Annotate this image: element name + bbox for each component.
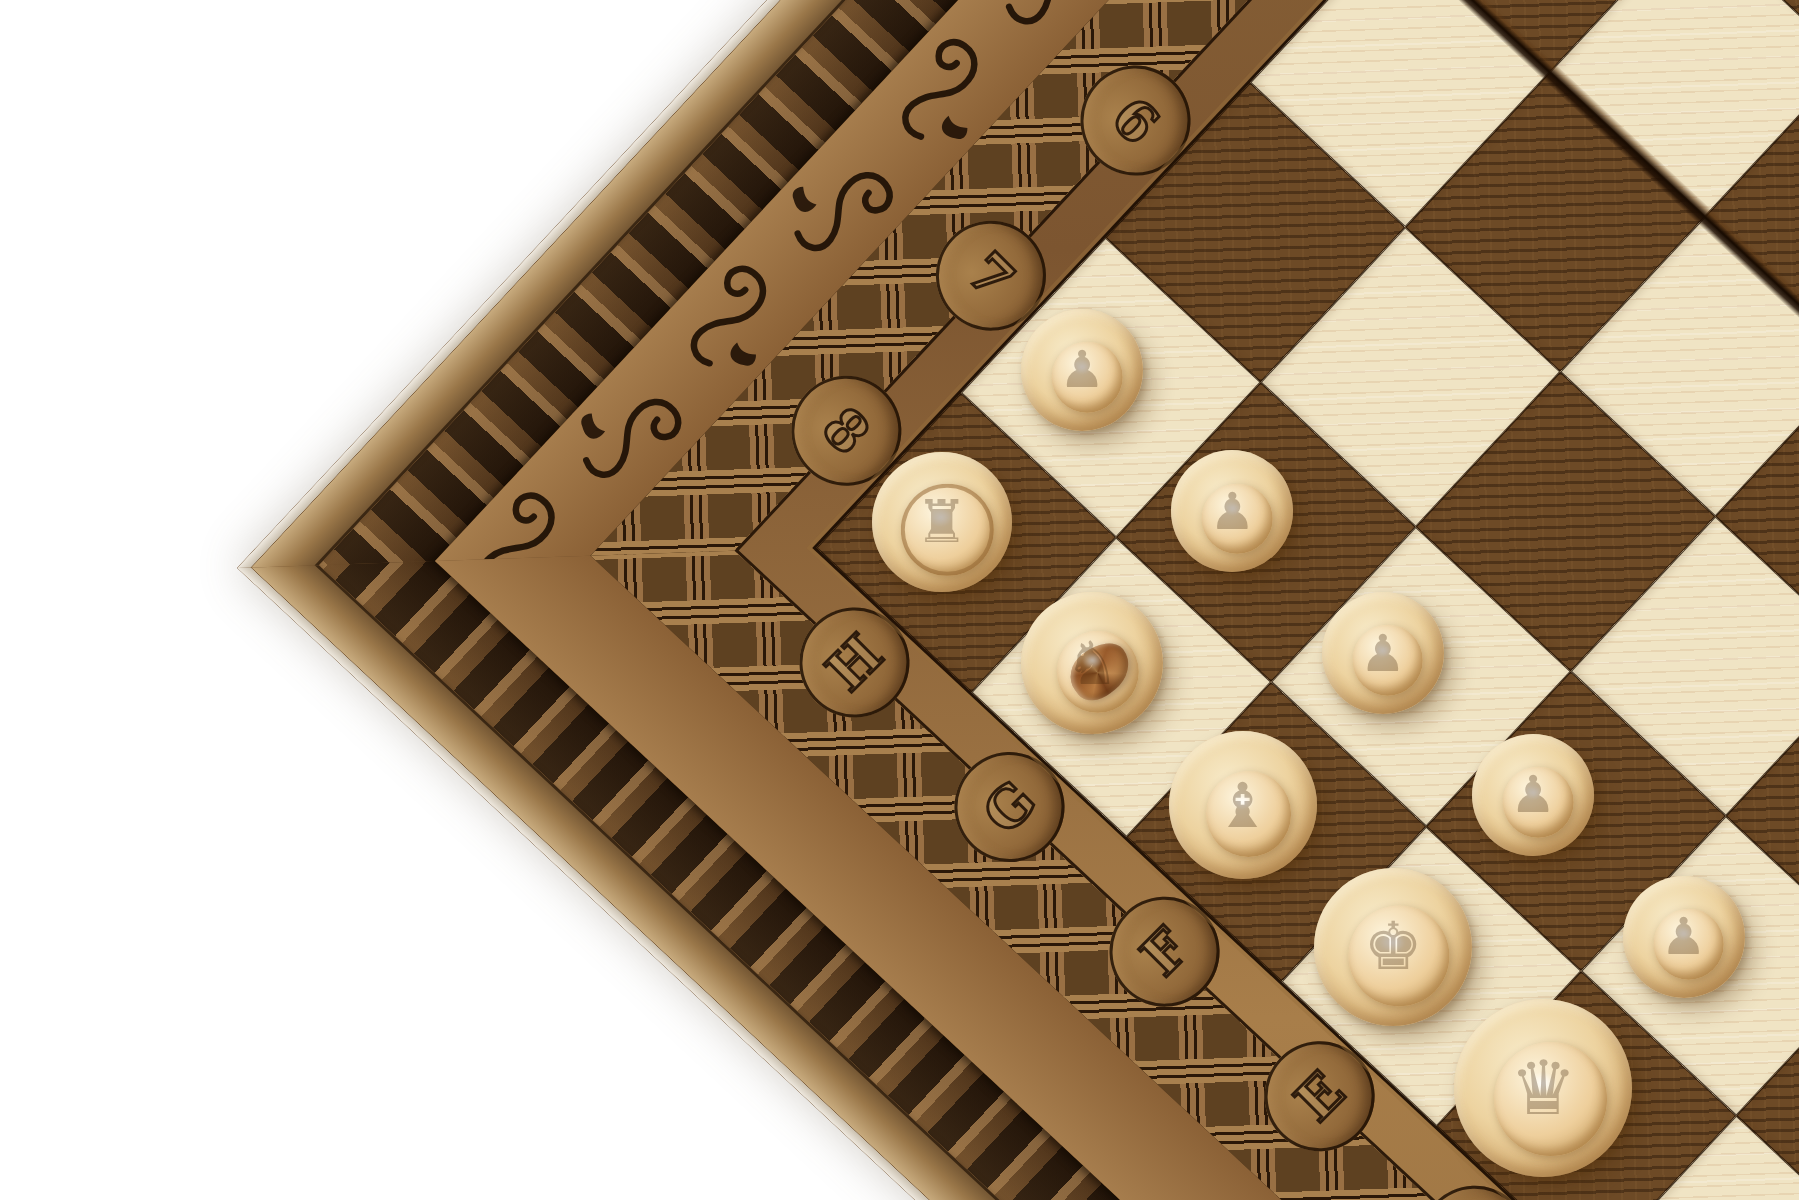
photo-scene: 876HGFED ♟♟♜♟♞♟♝♟♚♛ <box>0 0 1799 1200</box>
piece-pawn-h7: ♟ <box>1021 309 1143 431</box>
pawn-glyph: ♟ <box>1472 734 1594 856</box>
piece-pawn-e7: ♟ <box>1472 734 1594 856</box>
rook-glyph: ♜ <box>872 452 1012 592</box>
queen-glyph: ♛ <box>1454 999 1632 1177</box>
bishop-glyph: ♝ <box>1169 731 1317 879</box>
knight-glyph: ♞ <box>1021 592 1163 734</box>
pawn-glyph: ♟ <box>1623 876 1745 998</box>
pawn-glyph: ♟ <box>1021 309 1143 431</box>
king-glyph: ♚ <box>1314 868 1472 1026</box>
piece-queen-d8: ♛ <box>1454 999 1632 1177</box>
pieces-layer: ♟♟♜♟♞♟♝♟♚♛ <box>0 0 1799 1200</box>
piece-bishop-f8: ♝ <box>1169 731 1317 879</box>
piece-rook-h8: ♜ <box>872 452 1012 592</box>
piece-king-e8: ♚ <box>1314 868 1472 1026</box>
piece-knight-g8: ♞ <box>1021 592 1163 734</box>
piece-pawn-f7: ♟ <box>1322 592 1444 714</box>
piece-pawn-g7: ♟ <box>1171 450 1293 572</box>
pawn-glyph: ♟ <box>1322 592 1444 714</box>
piece-pawn-d7: ♟ <box>1623 876 1745 998</box>
pawn-glyph: ♟ <box>1171 450 1293 572</box>
